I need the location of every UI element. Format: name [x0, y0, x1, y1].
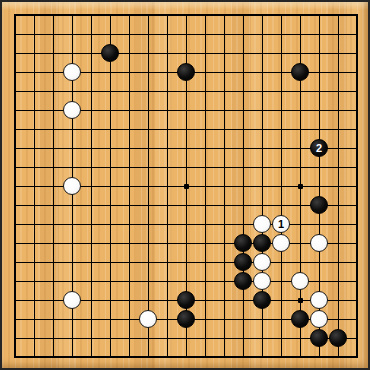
stone-white: [291, 272, 309, 290]
stone-black: [177, 310, 195, 328]
stone-white: [310, 234, 328, 252]
grid-line-horizontal: [15, 205, 357, 206]
stone-white: [310, 310, 328, 328]
stone-white: [253, 253, 271, 271]
stone-white: [310, 291, 328, 309]
grid-line-horizontal: [15, 262, 357, 263]
stone-black: [253, 234, 271, 252]
stone-black: [177, 291, 195, 309]
stone-black: [101, 44, 119, 62]
stone-move-number: 2: [316, 142, 322, 154]
stone-black: [291, 63, 309, 81]
grid-line-horizontal: [15, 338, 357, 339]
stone-white: [63, 101, 81, 119]
stone-black: [234, 272, 252, 290]
star-point: [184, 184, 189, 189]
stone-white: [63, 177, 81, 195]
grid-line-vertical: [338, 15, 339, 357]
stone-black: [177, 63, 195, 81]
stone-white-move-1: 1: [272, 215, 290, 233]
stone-white: [253, 272, 271, 290]
stone-black: [253, 291, 271, 309]
star-point: [298, 298, 303, 303]
stone-black: [310, 329, 328, 347]
stone-move-number: 1: [278, 218, 284, 230]
stone-white: [63, 63, 81, 81]
star-point: [298, 184, 303, 189]
stone-white: [253, 215, 271, 233]
grid-line-vertical: [224, 15, 225, 357]
go-board[interactable]: 21: [0, 0, 370, 370]
grid-line-vertical: [243, 15, 244, 357]
stone-white: [272, 234, 290, 252]
grid-line-vertical: [281, 15, 282, 357]
stone-black-move-2: 2: [310, 139, 328, 157]
grid-line-horizontal: [15, 224, 357, 225]
stone-white: [63, 291, 81, 309]
stone-black: [234, 253, 252, 271]
stone-black: [329, 329, 347, 347]
stone-black: [310, 196, 328, 214]
stone-black: [234, 234, 252, 252]
grid-line-horizontal: [15, 243, 357, 244]
stone-black: [291, 310, 309, 328]
grid-line-vertical: [205, 15, 206, 357]
stone-white: [139, 310, 157, 328]
